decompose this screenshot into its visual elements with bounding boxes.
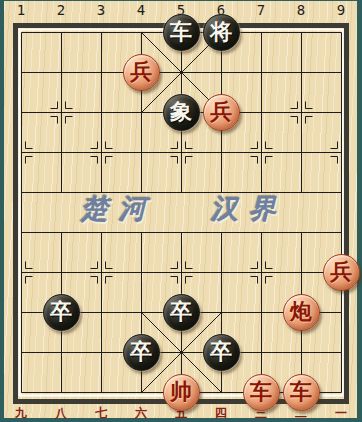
xiangqi-board: 楚河 汉界 123456789 九八七六五四三二一 车将兵象兵兵卒卒炮卒卒帅车车	[0, 0, 362, 422]
board-grid: 车将兵象兵兵卒卒炮卒卒帅车车	[1, 12, 361, 412]
piece-character: 卒	[50, 301, 72, 323]
red-chariot[interactable]: 车	[283, 374, 320, 411]
piece-character: 车	[290, 381, 312, 403]
piece-character: 车	[170, 21, 192, 43]
piece-character: 卒	[130, 341, 152, 363]
black-soldier[interactable]: 卒	[43, 294, 80, 331]
red-soldier[interactable]: 兵	[123, 54, 160, 91]
red-soldier[interactable]: 兵	[323, 254, 360, 291]
piece-character: 卒	[170, 301, 192, 323]
red-chariot[interactable]: 车	[243, 374, 280, 411]
piece-character: 兵	[210, 101, 232, 123]
black-general[interactable]: 将	[203, 14, 240, 51]
black-elephant[interactable]: 象	[163, 94, 200, 131]
red-soldier[interactable]: 兵	[203, 94, 240, 131]
piece-character: 兵	[330, 261, 352, 283]
black-soldier[interactable]: 卒	[163, 294, 200, 331]
black-soldier[interactable]: 卒	[123, 334, 160, 371]
red-general[interactable]: 帅	[163, 374, 200, 411]
red-cannon[interactable]: 炮	[283, 294, 320, 331]
black-soldier[interactable]: 卒	[203, 334, 240, 371]
piece-character: 车	[250, 381, 272, 403]
piece-character: 帅	[170, 381, 192, 403]
piece-character: 兵	[130, 61, 152, 83]
black-chariot[interactable]: 车	[163, 14, 200, 51]
piece-character: 象	[170, 101, 192, 123]
piece-character: 卒	[210, 341, 232, 363]
piece-character: 炮	[290, 301, 312, 323]
piece-character: 将	[210, 21, 232, 43]
